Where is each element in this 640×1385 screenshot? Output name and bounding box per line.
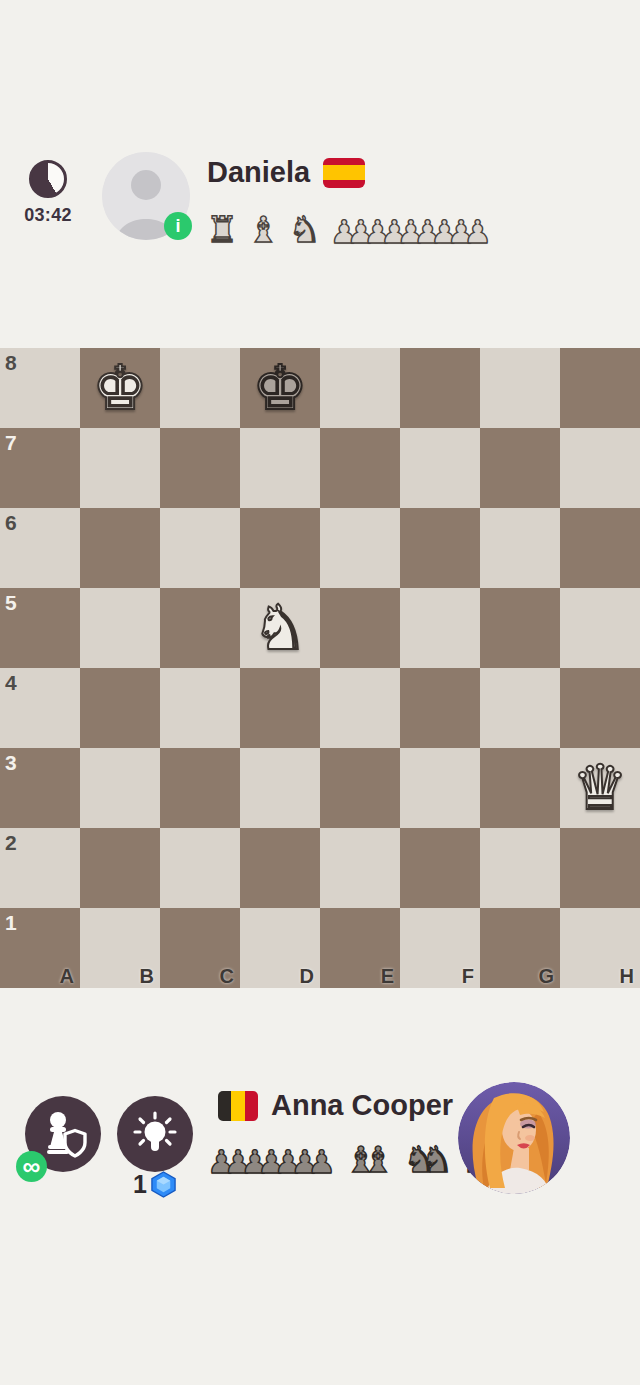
square-e8[interactable] bbox=[320, 348, 400, 428]
square-f7[interactable] bbox=[400, 428, 480, 508]
hint-button[interactable] bbox=[117, 1096, 193, 1172]
rank-label-4: 4 bbox=[5, 672, 17, 693]
flag-stripe bbox=[218, 1091, 231, 1121]
square-a4[interactable]: 4 bbox=[0, 668, 80, 748]
square-a1[interactable]: 1A bbox=[0, 908, 80, 988]
square-c5[interactable] bbox=[160, 588, 240, 668]
rank-label-1: 1 bbox=[5, 912, 17, 933]
square-c3[interactable] bbox=[160, 748, 240, 828]
file-label-f: F bbox=[462, 966, 474, 986]
square-d3[interactable] bbox=[240, 748, 320, 828]
file-label-d: D bbox=[300, 966, 314, 986]
square-a6[interactable]: 6 bbox=[0, 508, 80, 588]
piece-white-knight[interactable]: ♞ bbox=[240, 588, 320, 668]
square-b8[interactable]: ♚ bbox=[80, 348, 160, 428]
top-clock: 03:42 bbox=[22, 160, 74, 226]
captured-group-bishop: ♝♝ bbox=[345, 1142, 395, 1178]
square-g8[interactable] bbox=[480, 348, 560, 428]
bottom-player-name: Anna Cooper bbox=[271, 1089, 453, 1122]
square-a2[interactable]: 2 bbox=[0, 828, 80, 908]
chess-board[interactable]: 8♚♚765♞43♛21ABCDEFGH bbox=[0, 348, 640, 988]
square-b5[interactable] bbox=[80, 588, 160, 668]
rank-label-3: 3 bbox=[5, 752, 17, 773]
square-f6[interactable] bbox=[400, 508, 480, 588]
square-b7[interactable] bbox=[80, 428, 160, 508]
square-h1[interactable]: H bbox=[560, 908, 640, 988]
game-screen: 03:42 i Daniela ♜♝♞♟♟♟♟♟♟♟♟♟ 8♚♚765♞43♛2… bbox=[0, 0, 640, 1385]
square-d8[interactable]: ♚ bbox=[240, 348, 320, 428]
top-captured-tray: ♜♝♞♟♟♟♟♟♟♟♟♟ bbox=[206, 202, 492, 248]
belgium-flag-icon bbox=[218, 1091, 258, 1121]
square-h2[interactable] bbox=[560, 828, 640, 908]
square-a3[interactable]: 3 bbox=[0, 748, 80, 828]
square-g4[interactable] bbox=[480, 668, 560, 748]
square-f3[interactable] bbox=[400, 748, 480, 828]
captured-group-knight: ♞♞ bbox=[403, 1142, 453, 1178]
captured-group-bishop: ♝ bbox=[247, 212, 279, 248]
hint-count: 1 bbox=[133, 1170, 147, 1199]
file-label-g: G bbox=[538, 966, 554, 986]
gem-icon bbox=[150, 1171, 177, 1198]
rank-label-6: 6 bbox=[5, 512, 17, 533]
clock-icon bbox=[29, 160, 67, 198]
rank-label-8: 8 bbox=[5, 352, 17, 373]
square-f5[interactable] bbox=[400, 588, 480, 668]
flag-stripe bbox=[231, 1091, 244, 1121]
top-player-name: Daniela bbox=[207, 156, 310, 189]
top-player-row: Daniela bbox=[207, 156, 365, 189]
square-d7[interactable] bbox=[240, 428, 320, 508]
flag-stripe bbox=[245, 1091, 258, 1121]
file-label-e: E bbox=[381, 966, 394, 986]
captured-white-rook: ♜ bbox=[206, 212, 238, 248]
square-h8[interactable] bbox=[560, 348, 640, 428]
square-g2[interactable] bbox=[480, 828, 560, 908]
square-b3[interactable] bbox=[80, 748, 160, 828]
captured-white-pawn: ♟ bbox=[463, 216, 492, 248]
square-d5[interactable]: ♞ bbox=[240, 588, 320, 668]
square-c6[interactable] bbox=[160, 508, 240, 588]
square-f4[interactable] bbox=[400, 668, 480, 748]
square-h4[interactable] bbox=[560, 668, 640, 748]
captured-white-knight: ♞ bbox=[289, 212, 321, 248]
square-d4[interactable] bbox=[240, 668, 320, 748]
square-c7[interactable] bbox=[160, 428, 240, 508]
square-f1[interactable]: F bbox=[400, 908, 480, 988]
square-g5[interactable] bbox=[480, 588, 560, 668]
lightbulb-icon bbox=[132, 1111, 178, 1157]
square-b1[interactable]: B bbox=[80, 908, 160, 988]
piece-black-king[interactable]: ♚ bbox=[240, 348, 320, 428]
rank-label-5: 5 bbox=[5, 592, 17, 613]
square-g6[interactable] bbox=[480, 508, 560, 588]
square-c2[interactable] bbox=[160, 828, 240, 908]
bottom-avatar[interactable] bbox=[458, 1082, 570, 1194]
square-b4[interactable] bbox=[80, 668, 160, 748]
captured-group-rook: ♜ bbox=[206, 212, 238, 248]
square-h5[interactable] bbox=[560, 588, 640, 668]
square-a5[interactable]: 5 bbox=[0, 588, 80, 668]
square-c1[interactable]: C bbox=[160, 908, 240, 988]
square-b2[interactable] bbox=[80, 828, 160, 908]
square-g7[interactable] bbox=[480, 428, 560, 508]
captured-group-knight: ♞ bbox=[289, 212, 321, 248]
square-f8[interactable] bbox=[400, 348, 480, 428]
infinity-badge: ∞ bbox=[16, 1151, 47, 1182]
square-c4[interactable] bbox=[160, 668, 240, 748]
square-a8[interactable]: 8 bbox=[0, 348, 80, 428]
square-e2[interactable] bbox=[320, 828, 400, 908]
square-h7[interactable] bbox=[560, 428, 640, 508]
flag-stripe bbox=[323, 180, 365, 188]
file-label-c: C bbox=[220, 966, 234, 986]
captured-black-bishop: ♝ bbox=[362, 1142, 394, 1178]
spain-flag-icon bbox=[323, 158, 365, 188]
square-a7[interactable]: 7 bbox=[0, 428, 80, 508]
flag-stripe bbox=[323, 158, 365, 166]
hint-counter: 1 bbox=[117, 1170, 193, 1199]
captured-black-pawn: ♟ bbox=[307, 1146, 336, 1178]
piece-white-queen[interactable]: ♛ bbox=[560, 748, 640, 828]
info-badge[interactable]: i bbox=[164, 212, 192, 240]
square-e4[interactable] bbox=[320, 668, 400, 748]
square-h6[interactable] bbox=[560, 508, 640, 588]
square-e3[interactable] bbox=[320, 748, 400, 828]
captured-group-pawn: ♟♟♟♟♟♟♟ bbox=[207, 1146, 336, 1178]
bottom-player-row: Anna Cooper bbox=[218, 1089, 453, 1122]
rank-label-2: 2 bbox=[5, 832, 17, 853]
pawn-shield-icon bbox=[38, 1109, 88, 1159]
square-e1[interactable]: E bbox=[320, 908, 400, 988]
file-label-a: A bbox=[60, 966, 74, 986]
square-h3[interactable]: ♛ bbox=[560, 748, 640, 828]
square-b6[interactable] bbox=[80, 508, 160, 588]
piece-white-king[interactable]: ♚ bbox=[80, 348, 160, 428]
captured-group-pawn: ♟♟♟♟♟♟♟♟♟ bbox=[330, 216, 492, 248]
square-g1[interactable]: G bbox=[480, 908, 560, 988]
file-label-h: H bbox=[620, 966, 634, 986]
flag-stripe bbox=[323, 165, 365, 180]
captured-white-bishop: ♝ bbox=[247, 212, 279, 248]
square-f2[interactable] bbox=[400, 828, 480, 908]
file-label-b: B bbox=[140, 966, 154, 986]
square-d1[interactable]: D bbox=[240, 908, 320, 988]
square-d6[interactable] bbox=[240, 508, 320, 588]
square-e5[interactable] bbox=[320, 588, 400, 668]
woman-avatar-illustration bbox=[458, 1082, 570, 1194]
square-e7[interactable] bbox=[320, 428, 400, 508]
square-d2[interactable] bbox=[240, 828, 320, 908]
square-g3[interactable] bbox=[480, 748, 560, 828]
square-e6[interactable] bbox=[320, 508, 400, 588]
rank-label-7: 7 bbox=[5, 432, 17, 453]
square-c8[interactable] bbox=[160, 348, 240, 428]
captured-black-knight: ♞ bbox=[421, 1142, 453, 1178]
top-clock-time: 03:42 bbox=[22, 205, 74, 226]
